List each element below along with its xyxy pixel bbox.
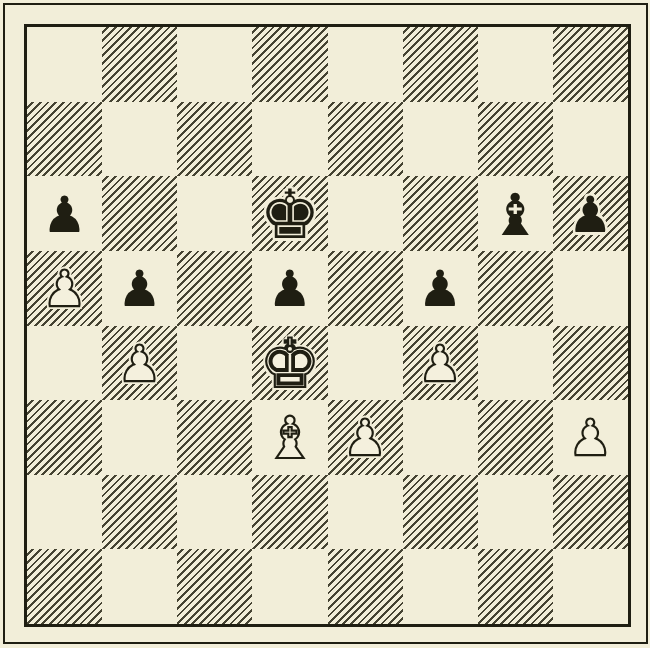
square-f5: ♟ xyxy=(403,251,478,326)
square-b6 xyxy=(102,176,177,251)
square-a7 xyxy=(27,102,102,177)
square-e2 xyxy=(328,475,403,550)
white-pawn-e3: ♟ xyxy=(343,413,388,463)
square-e6 xyxy=(328,176,403,251)
black-king-d6: ♚ xyxy=(259,181,320,249)
square-h7 xyxy=(553,102,628,177)
square-b1 xyxy=(102,549,177,624)
square-h4 xyxy=(553,326,628,401)
square-f8 xyxy=(403,27,478,102)
square-a6: ♟ xyxy=(27,176,102,251)
square-b3 xyxy=(102,400,177,475)
chessboard: ♟♚♝♟♟♟♟♟♟♚♟♝♟♟ xyxy=(27,27,628,624)
square-c5 xyxy=(177,251,252,326)
square-e8 xyxy=(328,27,403,102)
black-pawn-f5: ♟ xyxy=(418,264,463,314)
square-c7 xyxy=(177,102,252,177)
square-f2 xyxy=(403,475,478,550)
square-b8 xyxy=(102,27,177,102)
black-pawn-h6: ♟ xyxy=(568,190,613,240)
white-pawn-h3: ♟ xyxy=(568,413,613,463)
square-c3 xyxy=(177,400,252,475)
square-a1 xyxy=(27,549,102,624)
square-e7 xyxy=(328,102,403,177)
square-f7 xyxy=(403,102,478,177)
black-pawn-b5: ♟ xyxy=(117,264,162,314)
square-c2 xyxy=(177,475,252,550)
square-d4: ♚ xyxy=(252,326,327,401)
square-b4: ♟ xyxy=(102,326,177,401)
square-h2 xyxy=(553,475,628,550)
square-b7 xyxy=(102,102,177,177)
square-h3: ♟ xyxy=(553,400,628,475)
square-a3 xyxy=(27,400,102,475)
white-bishop-d3: ♝ xyxy=(264,409,316,467)
square-d2 xyxy=(252,475,327,550)
square-g7 xyxy=(478,102,553,177)
square-f1 xyxy=(403,549,478,624)
square-d7 xyxy=(252,102,327,177)
square-g8 xyxy=(478,27,553,102)
square-g3 xyxy=(478,400,553,475)
square-c6 xyxy=(177,176,252,251)
square-a2 xyxy=(27,475,102,550)
square-h5 xyxy=(553,251,628,326)
square-d5: ♟ xyxy=(252,251,327,326)
square-a4 xyxy=(27,326,102,401)
square-d1 xyxy=(252,549,327,624)
black-pawn-a6: ♟ xyxy=(42,190,87,240)
square-b5: ♟ xyxy=(102,251,177,326)
square-e4 xyxy=(328,326,403,401)
square-c4 xyxy=(177,326,252,401)
black-bishop-g6: ♝ xyxy=(489,186,541,244)
square-f3 xyxy=(403,400,478,475)
black-pawn-d5: ♟ xyxy=(268,264,313,314)
square-b2 xyxy=(102,475,177,550)
square-e3: ♟ xyxy=(328,400,403,475)
square-g2 xyxy=(478,475,553,550)
square-d8 xyxy=(252,27,327,102)
square-a8 xyxy=(27,27,102,102)
square-e1 xyxy=(328,549,403,624)
square-c8 xyxy=(177,27,252,102)
square-h6: ♟ xyxy=(553,176,628,251)
square-d6: ♚ xyxy=(252,176,327,251)
white-pawn-f4: ♟ xyxy=(418,339,463,389)
board-inner-frame: ♟♚♝♟♟♟♟♟♟♚♟♝♟♟ xyxy=(24,24,631,627)
board-outer-frame: ♟♚♝♟♟♟♟♟♟♚♟♝♟♟ xyxy=(3,3,648,644)
square-a5: ♟ xyxy=(27,251,102,326)
square-h8 xyxy=(553,27,628,102)
square-g5 xyxy=(478,251,553,326)
square-g6: ♝ xyxy=(478,176,553,251)
white-pawn-a5: ♟ xyxy=(42,264,87,314)
white-king-d4: ♚ xyxy=(259,330,320,398)
square-h1 xyxy=(553,549,628,624)
square-e5 xyxy=(328,251,403,326)
white-pawn-b4: ♟ xyxy=(117,339,162,389)
square-f4: ♟ xyxy=(403,326,478,401)
square-g4 xyxy=(478,326,553,401)
square-f6 xyxy=(403,176,478,251)
square-c1 xyxy=(177,549,252,624)
square-g1 xyxy=(478,549,553,624)
square-d3: ♝ xyxy=(252,400,327,475)
